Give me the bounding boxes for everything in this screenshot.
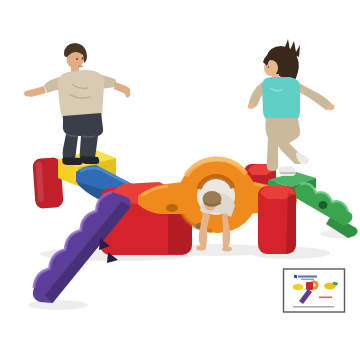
- product-photo: [0, 0, 360, 360]
- boy-balancing: [24, 43, 130, 165]
- inset-thumbnail[interactable]: [284, 269, 345, 312]
- front-red-pillar: [258, 186, 296, 254]
- green-wavy-beam: [294, 183, 358, 238]
- inset-caption-text: [293, 306, 334, 308]
- photo-svg: [0, 0, 360, 360]
- girl-balancing: [248, 39, 335, 176]
